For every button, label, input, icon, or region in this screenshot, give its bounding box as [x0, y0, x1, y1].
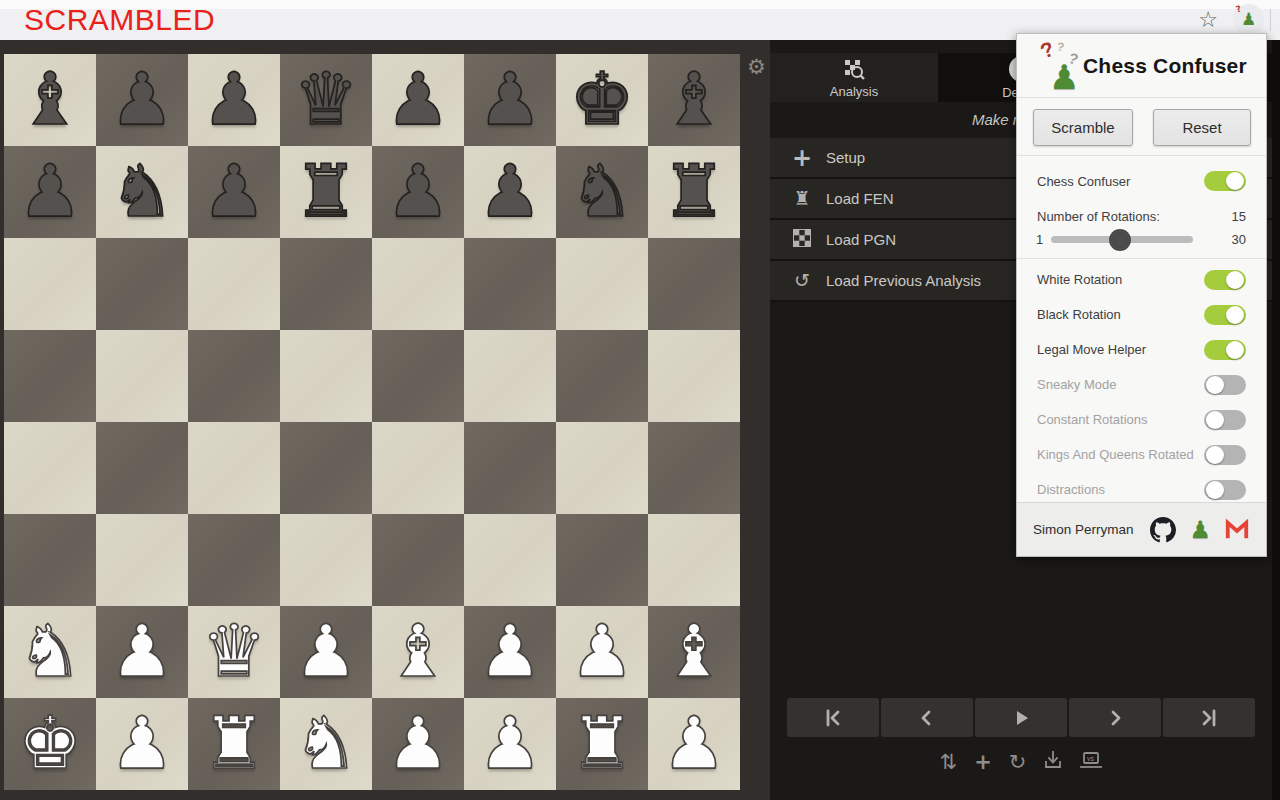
- piece-white-rook[interactable]: ♜: [556, 698, 648, 790]
- chess-confuser-toggle[interactable]: [1204, 171, 1246, 191]
- history-icon: ↺: [790, 271, 814, 290]
- piece-black-king[interactable]: ♚: [556, 54, 648, 146]
- square-d8[interactable]: ♛: [280, 54, 372, 146]
- square-e8[interactable]: ♟: [372, 54, 464, 146]
- piece-white-knight[interactable]: ♞: [4, 606, 96, 698]
- toggle-row-legal-move-helper: Legal Move Helper: [1017, 332, 1266, 367]
- go-to-end-button[interactable]: [1163, 698, 1255, 737]
- square-b6[interactable]: [96, 238, 188, 330]
- square-h8[interactable]: ♝: [648, 54, 740, 146]
- analysis-board-search-icon: [842, 57, 866, 81]
- play-button[interactable]: [975, 698, 1067, 737]
- square-f3[interactable]: [464, 514, 556, 606]
- go-to-start-button[interactable]: [787, 698, 879, 737]
- toggle-row-constant-rotations: Constant Rotations: [1017, 402, 1266, 437]
- sneaky-mode-toggle[interactable]: [1204, 375, 1246, 395]
- square-a7[interactable]: ♟: [4, 146, 96, 238]
- play-vs-computer-icon[interactable]: vs: [1080, 750, 1102, 774]
- square-c3[interactable]: [188, 514, 280, 606]
- piece-black-knight[interactable]: ♞: [556, 146, 648, 238]
- chess-confuser-extension-icon: ♟?: [1241, 11, 1256, 28]
- square-a8[interactable]: ♝: [4, 54, 96, 146]
- analysis-tools-bar: ⇅ + ↻ vs: [770, 750, 1272, 774]
- toggle-row-sneaky-mode: Sneaky Mode: [1017, 367, 1266, 402]
- piece-white-pawn[interactable]: ♟: [556, 606, 648, 698]
- previous-move-button[interactable]: [881, 698, 973, 737]
- square-c2[interactable]: ♛: [188, 606, 280, 698]
- piece-black-rook[interactable]: ♜: [648, 146, 740, 238]
- square-e2[interactable]: ♝: [372, 606, 464, 698]
- svg-text:vs: vs: [1087, 755, 1095, 762]
- chess-board[interactable]: ♝♟♟♛♟♟♚♝♟♞♟♜♟♟♞♜♞♟♛♟♝♟♟♝♚♟♜♞♟♟♜♟: [4, 54, 740, 790]
- square-d7[interactable]: ♜: [280, 146, 372, 238]
- square-f4[interactable]: [464, 422, 556, 514]
- square-h5[interactable]: [648, 330, 740, 422]
- piece-black-knight[interactable]: ♞: [96, 146, 188, 238]
- square-f7[interactable]: ♟: [464, 146, 556, 238]
- square-d5[interactable]: [280, 330, 372, 422]
- kings-and-queens-rotated-toggle[interactable]: [1204, 445, 1246, 465]
- popup-action-buttons: Scramble Reset: [1017, 109, 1266, 146]
- square-c7[interactable]: ♟: [188, 146, 280, 238]
- square-a3[interactable]: [4, 514, 96, 606]
- flip-board-icon[interactable]: ⇅: [940, 752, 958, 773]
- piece-black-queen[interactable]: ♛: [280, 54, 372, 146]
- piece-black-rook[interactable]: ♜: [280, 146, 372, 238]
- square-a6[interactable]: [4, 238, 96, 330]
- square-h3[interactable]: [648, 514, 740, 606]
- page-title: SCRAMBLED: [24, 3, 215, 37]
- reset-button[interactable]: Reset: [1153, 109, 1251, 146]
- piece-black-pawn[interactable]: ♟: [464, 54, 556, 146]
- constant-rotations-toggle[interactable]: [1204, 410, 1246, 430]
- author-name: Simon Perryman: [1033, 522, 1134, 537]
- plus-icon: +: [790, 146, 814, 170]
- piece-white-knight[interactable]: ♞: [280, 698, 372, 790]
- square-a5[interactable]: [4, 330, 96, 422]
- square-a2[interactable]: ♞: [4, 606, 96, 698]
- square-d6[interactable]: [280, 238, 372, 330]
- piece-black-bishop[interactable]: ♝: [4, 54, 96, 146]
- square-e1[interactable]: ♟: [372, 698, 464, 790]
- toolbar-separator: [1270, 9, 1271, 31]
- piece-white-pawn[interactable]: ♟: [96, 606, 188, 698]
- piece-white-pawn[interactable]: ♟: [464, 698, 556, 790]
- piece-black-pawn[interactable]: ♟: [372, 146, 464, 238]
- piece-black-pawn[interactable]: ♟: [4, 146, 96, 238]
- square-d3[interactable]: [280, 514, 372, 606]
- rotations-value: 15: [1232, 209, 1246, 224]
- square-d2[interactable]: ♟: [280, 606, 372, 698]
- square-a4[interactable]: [4, 422, 96, 514]
- square-c4[interactable]: [188, 422, 280, 514]
- square-g3[interactable]: [556, 514, 648, 606]
- refresh-icon[interactable]: ↻: [1009, 752, 1027, 773]
- legal-move-helper-toggle[interactable]: [1204, 340, 1246, 360]
- board-settings-gear-icon[interactable]: ⚙: [747, 55, 766, 79]
- extension-button[interactable]: ♟?: [1233, 4, 1264, 35]
- window-edge: [1272, 40, 1280, 800]
- square-f5[interactable]: [464, 330, 556, 422]
- piece-white-queen[interactable]: ♛: [188, 606, 280, 698]
- piece-white-pawn[interactable]: ♟: [280, 606, 372, 698]
- toggle-row-white-rotation: White Rotation: [1017, 262, 1266, 297]
- master-toggle-row: Chess Confuser: [1017, 171, 1266, 191]
- download-icon[interactable]: [1043, 750, 1063, 774]
- rotations-row: Number of Rotations: 15: [1017, 206, 1266, 226]
- chess-confuser-logo-icon: ? ? ? ♟: [1041, 42, 1087, 94]
- square-e3[interactable]: [372, 514, 464, 606]
- square-g2[interactable]: ♟: [556, 606, 648, 698]
- square-h2[interactable]: ♝: [648, 606, 740, 698]
- piece-white-pawn[interactable]: ♟: [648, 698, 740, 790]
- github-icon[interactable]: [1150, 517, 1176, 543]
- rotations-slider-thumb[interactable]: [1109, 229, 1131, 251]
- slider-max-label: 30: [1232, 232, 1246, 247]
- square-b2[interactable]: ♟: [96, 606, 188, 698]
- square-f6[interactable]: [464, 238, 556, 330]
- move-navigation-bar: [787, 698, 1255, 737]
- square-f1[interactable]: ♟: [464, 698, 556, 790]
- square-g1[interactable]: ♜: [556, 698, 648, 790]
- piece-black-pawn[interactable]: ♟: [372, 54, 464, 146]
- square-b4[interactable]: [96, 422, 188, 514]
- popup-header: ? ? ? ♟ Chess Confuser: [1017, 34, 1266, 98]
- square-d4[interactable]: [280, 422, 372, 514]
- piece-white-pawn[interactable]: ♟: [96, 698, 188, 790]
- rook-icon: ♜: [790, 189, 814, 208]
- square-e6[interactable]: [372, 238, 464, 330]
- square-e7[interactable]: ♟: [372, 146, 464, 238]
- square-e4[interactable]: [372, 422, 464, 514]
- square-e5[interactable]: [372, 330, 464, 422]
- slider-min-label: 1: [1036, 232, 1043, 247]
- square-b8[interactable]: ♟: [96, 54, 188, 146]
- piece-white-pawn[interactable]: ♟: [464, 606, 556, 698]
- square-h6[interactable]: [648, 238, 740, 330]
- square-a1[interactable]: ♚: [4, 698, 96, 790]
- square-c6[interactable]: [188, 238, 280, 330]
- square-g7[interactable]: ♞: [556, 146, 648, 238]
- square-g6[interactable]: [556, 238, 648, 330]
- scramble-button[interactable]: Scramble: [1033, 109, 1133, 146]
- square-h7[interactable]: ♜: [648, 146, 740, 238]
- divider: [1017, 258, 1266, 259]
- square-b3[interactable]: [96, 514, 188, 606]
- popup-footer: Simon Perryman ♟: [1017, 502, 1266, 556]
- piece-white-pawn[interactable]: ♟: [372, 698, 464, 790]
- white-rotation-toggle[interactable]: [1204, 270, 1246, 290]
- chess-confuser-pawn-icon[interactable]: ♟: [1189, 518, 1211, 542]
- piece-white-bishop[interactable]: ♝: [648, 606, 740, 698]
- divider: [1017, 155, 1266, 156]
- gmail-icon[interactable]: [1224, 519, 1250, 541]
- toggle-row-black-rotation: Black Rotation: [1017, 297, 1266, 332]
- checkerboard-icon: [790, 229, 814, 250]
- piece-black-pawn[interactable]: ♟: [464, 146, 556, 238]
- piece-white-bishop[interactable]: ♝: [372, 606, 464, 698]
- square-c8[interactable]: ♟: [188, 54, 280, 146]
- piece-black-pawn[interactable]: ♟: [96, 54, 188, 146]
- bookmark-star-icon[interactable]: ☆: [1198, 7, 1218, 32]
- square-h4[interactable]: [648, 422, 740, 514]
- toggle-row-kings-and-queens-rotated: Kings And Queens Rotated: [1017, 437, 1266, 472]
- chess-confuser-popup: ? ? ? ♟ Chess Confuser Scramble Reset Ch…: [1016, 33, 1267, 557]
- square-g5[interactable]: [556, 330, 648, 422]
- square-b1[interactable]: ♟: [96, 698, 188, 790]
- black-rotation-toggle[interactable]: [1204, 305, 1246, 325]
- distractions-toggle[interactable]: [1204, 480, 1246, 500]
- square-c5[interactable]: [188, 330, 280, 422]
- square-f8[interactable]: ♟: [464, 54, 556, 146]
- square-d1[interactable]: ♞: [280, 698, 372, 790]
- square-f2[interactable]: ♟: [464, 606, 556, 698]
- next-move-button[interactable]: [1069, 698, 1161, 737]
- rotations-slider-row: 1 30: [1017, 228, 1266, 252]
- popup-title: Chess Confuser: [1083, 54, 1247, 78]
- popup-toggle-list: White RotationBlack RotationLegal Move H…: [1017, 262, 1266, 507]
- tab-analysis-label: Analysis: [830, 84, 878, 99]
- tab-analysis[interactable]: Analysis: [770, 53, 938, 102]
- square-c1[interactable]: ♜: [188, 698, 280, 790]
- piece-black-pawn[interactable]: ♟: [188, 146, 280, 238]
- piece-black-pawn[interactable]: ♟: [188, 54, 280, 146]
- add-icon[interactable]: +: [974, 752, 992, 773]
- piece-white-king[interactable]: ♚: [4, 698, 96, 790]
- square-g8[interactable]: ♚: [556, 54, 648, 146]
- piece-black-bishop[interactable]: ♝: [648, 54, 740, 146]
- square-b5[interactable]: [96, 330, 188, 422]
- square-g4[interactable]: [556, 422, 648, 514]
- piece-white-rook[interactable]: ♜: [188, 698, 280, 790]
- square-h1[interactable]: ♟: [648, 698, 740, 790]
- square-b7[interactable]: ♞: [96, 146, 188, 238]
